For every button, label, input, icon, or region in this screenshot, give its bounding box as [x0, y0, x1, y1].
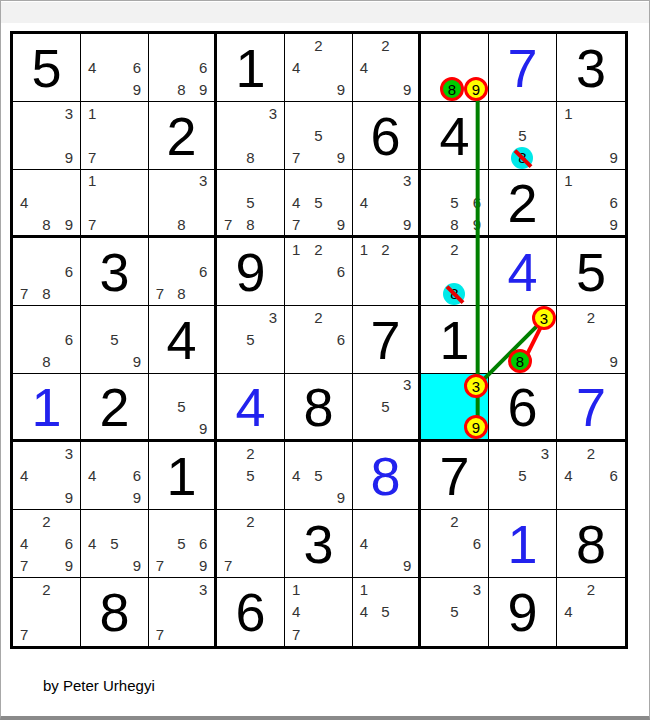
- cell-r8c8[interactable]: 1: [489, 510, 557, 578]
- cand-slot-6: 6: [330, 328, 352, 350]
- given-digit: 9: [217, 238, 284, 305]
- cell-r1c5[interactable]: 249: [285, 34, 353, 102]
- cand-slot-7: [489, 349, 508, 373]
- cell-r5c2[interactable]: 59: [81, 306, 149, 374]
- cell-r9c1[interactable]: 27: [13, 578, 81, 646]
- cand-slot-3: 3: [58, 442, 80, 464]
- cand-slot-3: [330, 102, 352, 124]
- cand-slot-4: [353, 260, 375, 282]
- cand-slot-9: [330, 351, 352, 373]
- cand-slot-1: [149, 170, 171, 192]
- cand-slot-7: [421, 415, 443, 439]
- cell-r2c2[interactable]: 17: [81, 102, 149, 170]
- cand-slot-4: [421, 601, 443, 624]
- cand-slot-2: [35, 170, 57, 192]
- cand-slot-8: [307, 213, 329, 235]
- cell-r3c7[interactable]: 5689: [421, 170, 489, 238]
- cand-slot-8: 8: [508, 349, 532, 373]
- cand-slot-6: [192, 192, 214, 214]
- cand-slot-6: [602, 328, 625, 350]
- candidates: 38: [217, 102, 284, 169]
- cand-slot-9: [396, 417, 418, 439]
- cell-r6c4[interactable]: 4: [217, 374, 285, 442]
- cand-slot-2: [307, 578, 329, 601]
- cand-slot-2: [35, 102, 57, 124]
- cand-slot-4: 4: [81, 464, 103, 486]
- cand-slot-2: 2: [307, 306, 329, 328]
- cand-slot-9: [262, 147, 284, 169]
- cand-slot-6: [532, 330, 556, 349]
- cand-slot-5: [508, 330, 532, 349]
- cell-r6c8[interactable]: 6: [489, 374, 557, 442]
- cand-slot-9: [534, 487, 556, 509]
- candidates: 35: [489, 442, 556, 509]
- cand-slot-8: [375, 417, 397, 439]
- cand-slot-2: 2: [239, 442, 261, 464]
- cand-slot-2: [440, 34, 464, 56]
- cell-r2c5[interactable]: 579: [285, 102, 353, 170]
- cand-slot-2: [171, 374, 193, 396]
- cand-slot-8: 8: [239, 147, 261, 169]
- cell-r9c5[interactable]: 147: [285, 578, 353, 646]
- cell-r8c9[interactable]: 8: [557, 510, 625, 578]
- cand-slot-1: 1: [353, 238, 375, 260]
- cand-slot-4: [489, 124, 511, 146]
- cand-slot-4: [217, 328, 239, 350]
- cell-r6c2[interactable]: 2: [81, 374, 149, 442]
- cand-slot-7: [149, 417, 171, 439]
- cell-r2c1[interactable]: 39: [13, 102, 81, 170]
- cand-slot-7: [81, 351, 103, 373]
- cand-slot-7: [285, 283, 307, 305]
- cand-slot-4: 4: [557, 601, 580, 624]
- cand-slot-2: [375, 374, 397, 396]
- cand-slot-7: [285, 351, 307, 373]
- cand-slot-7: [13, 351, 35, 373]
- cand-slot-5: [171, 260, 193, 282]
- given-digit: 6: [353, 102, 418, 169]
- cand-slot-7: 7: [149, 283, 171, 305]
- cand-slot-9: [262, 487, 284, 509]
- cand-slot-6: [58, 464, 80, 486]
- cand-slot-8: 8: [35, 213, 57, 235]
- cell-r3c8[interactable]: 2: [489, 170, 557, 238]
- cand-slot-8: [239, 555, 261, 577]
- cell-r4c3[interactable]: 678: [149, 238, 217, 306]
- candidates: 29: [557, 306, 625, 373]
- cell-r8c7[interactable]: 26: [421, 510, 489, 578]
- cand-slot-3: [602, 102, 625, 124]
- cell-r6c3[interactable]: 59: [149, 374, 217, 442]
- cell-r9c7[interactable]: 35: [421, 578, 489, 646]
- cand-slot-4: 4: [285, 601, 307, 624]
- cand-slot-9: 9: [126, 487, 148, 509]
- cell-r4c9[interactable]: 5: [557, 238, 625, 306]
- cand-slot-8: 8: [171, 283, 193, 305]
- candidates: 89: [421, 34, 488, 101]
- cand-slot-5: 5: [375, 396, 397, 418]
- cand-slot-4: [149, 396, 171, 418]
- cand-slot-2: [239, 306, 261, 328]
- cand-slot-1: [13, 306, 35, 328]
- cand-slot-3: [396, 34, 418, 56]
- cand-slot-5: [375, 192, 397, 214]
- cell-r5c1[interactable]: 68: [13, 306, 81, 374]
- cell-r6c1[interactable]: 1: [13, 374, 81, 442]
- cand-slot-8: 8: [443, 283, 465, 305]
- cell-r7c6[interactable]: 8: [353, 442, 421, 510]
- cand-slot-8: [103, 487, 125, 509]
- cand-slot-9: 9: [464, 415, 488, 439]
- cand-slot-4: 4: [81, 56, 103, 78]
- cand-slot-9: [126, 213, 148, 235]
- cand-slot-1: 1: [557, 170, 580, 192]
- cand-slot-8: [35, 623, 57, 646]
- cand-slot-1: [81, 510, 103, 532]
- cand-slot-6: [192, 601, 214, 624]
- cell-r7c7[interactable]: 7: [421, 442, 489, 510]
- cand-slot-7: 7: [285, 623, 307, 646]
- cand-slot-7: 7: [149, 623, 171, 646]
- given-digit: 3: [557, 34, 625, 101]
- cand-slot-6: [58, 601, 80, 624]
- cand-slot-9: [466, 555, 488, 577]
- cand-slot-7: 7: [13, 555, 35, 577]
- given-digit: 2: [489, 170, 556, 235]
- cell-r8c1[interactable]: 24679: [13, 510, 81, 578]
- cand-slot-8: [35, 555, 57, 577]
- candidates: 579: [285, 102, 352, 169]
- entered-digit: 1: [13, 374, 80, 439]
- cell-r1c2[interactable]: 469: [81, 34, 149, 102]
- cand-slot-4: 4: [285, 464, 307, 486]
- cell-r3c3[interactable]: 38: [149, 170, 217, 238]
- cand-slot-7: [353, 213, 375, 235]
- cand-slot-4: 4: [285, 192, 307, 214]
- candidates: 26: [285, 306, 352, 373]
- cand-slot-5: 5: [171, 532, 193, 554]
- cand-slot-2: 2: [239, 510, 261, 532]
- cell-r6c5[interactable]: 8: [285, 374, 353, 442]
- entered-digit: 7: [489, 34, 556, 101]
- cell-r5c3[interactable]: 4: [149, 306, 217, 374]
- cand-slot-8: [171, 417, 193, 439]
- cand-slot-3: [602, 306, 625, 328]
- cell-r3c9[interactable]: 169: [557, 170, 625, 238]
- cand-slot-2: [580, 102, 603, 124]
- cand-slot-7: 7: [81, 147, 103, 169]
- cell-r7c4[interactable]: 25: [217, 442, 285, 510]
- cand-slot-2: [511, 442, 533, 464]
- cand-slot-6: [396, 192, 418, 214]
- cand-slot-1: [13, 102, 35, 124]
- cand-slot-4: 4: [353, 532, 375, 554]
- cand-slot-8: [375, 283, 397, 305]
- cand-slot-9: [192, 213, 214, 235]
- cand-slot-9: [262, 213, 284, 235]
- cand-slot-7: [13, 487, 35, 509]
- given-digit: 1: [421, 306, 488, 373]
- cand-slot-8: [35, 487, 57, 509]
- cand-slot-3: 3: [396, 170, 418, 192]
- cand-slot-2: [35, 442, 57, 464]
- candidates: 349: [353, 170, 418, 235]
- cell-r5c4[interactable]: 35: [217, 306, 285, 374]
- cand-slot-1: [421, 578, 443, 601]
- cand-slot-9: [396, 283, 418, 305]
- cell-r1c9[interactable]: 3: [557, 34, 625, 102]
- cell-r5c9[interactable]: 29: [557, 306, 625, 374]
- cell-r8c3[interactable]: 5679: [149, 510, 217, 578]
- candidates: 459: [285, 442, 352, 509]
- cand-slot-9: [58, 351, 80, 373]
- cell-r9c8[interactable]: 9: [489, 578, 557, 646]
- cand-slot-6: [330, 124, 352, 146]
- cell-r3c5[interactable]: 4579: [285, 170, 353, 238]
- cand-slot-3: 3: [532, 306, 556, 330]
- cand-slot-8: 8: [511, 147, 533, 169]
- cand-slot-4: [421, 56, 440, 78]
- cand-slot-3: [126, 102, 148, 124]
- cand-slot-3: [330, 578, 352, 601]
- cand-slot-8: [103, 79, 125, 101]
- cand-slot-1: [217, 442, 239, 464]
- cand-slot-9: 9: [396, 555, 418, 577]
- cand-slot-5: 5: [103, 532, 125, 554]
- cand-slot-5: [171, 192, 193, 214]
- cand-slot-2: [307, 442, 329, 464]
- cand-slot-5: [375, 260, 397, 282]
- cell-r6c9[interactable]: 7: [557, 374, 625, 442]
- cell-r1c4[interactable]: 1: [217, 34, 285, 102]
- cell-r9c9[interactable]: 24: [557, 578, 625, 646]
- cand-slot-3: 3: [466, 578, 488, 601]
- cand-slot-1: 1: [81, 102, 103, 124]
- cand-slot-7: [421, 77, 440, 101]
- cand-slot-9: [466, 283, 488, 305]
- cell-r7c5[interactable]: 459: [285, 442, 353, 510]
- cand-slot-2: [307, 170, 329, 192]
- cand-slot-9: 9: [192, 555, 214, 577]
- cand-slot-6: [534, 464, 556, 486]
- cell-r1c8[interactable]: 7: [489, 34, 557, 102]
- cand-slot-3: [192, 374, 214, 396]
- cell-r3c2[interactable]: 17: [81, 170, 149, 238]
- candidates: 28: [421, 238, 488, 305]
- candidates: 246: [557, 442, 625, 509]
- cand-slot-3: [192, 34, 214, 56]
- cand-slot-7: [353, 555, 375, 577]
- cell-r2c3[interactable]: 2: [149, 102, 217, 170]
- candidates: 17: [81, 102, 148, 169]
- cand-slot-7: [81, 555, 103, 577]
- cand-slot-5: [239, 532, 261, 554]
- cand-slot-1: 1: [81, 170, 103, 192]
- cand-slot-2: [443, 374, 465, 398]
- cand-slot-6: [330, 56, 352, 78]
- cand-slot-3: [330, 170, 352, 192]
- cand-slot-5: [103, 464, 125, 486]
- candidates: 37: [149, 578, 214, 646]
- cand-slot-7: [489, 147, 511, 169]
- chain-node-9-r6c7: 9: [464, 415, 488, 439]
- cell-r4c4[interactable]: 9: [217, 238, 285, 306]
- cand-slot-9: [330, 283, 352, 305]
- candidates: 24: [557, 578, 625, 646]
- cand-slot-7: [557, 623, 580, 646]
- cell-r7c3[interactable]: 1: [149, 442, 217, 510]
- cell-r4c2[interactable]: 3: [81, 238, 149, 306]
- cell-r2c9[interactable]: 19: [557, 102, 625, 170]
- cand-slot-3: [602, 578, 625, 601]
- cell-r1c1[interactable]: 5: [13, 34, 81, 102]
- cand-slot-3: [192, 510, 214, 532]
- cand-slot-1: [217, 510, 239, 532]
- cand-slot-3: 3: [534, 442, 556, 464]
- cand-slot-7: [81, 487, 103, 509]
- cand-slot-8: [580, 147, 603, 169]
- cell-r2c8[interactable]: 58: [489, 102, 557, 170]
- cand-slot-3: [330, 306, 352, 328]
- cell-r9c4[interactable]: 6: [217, 578, 285, 646]
- given-digit: 6: [489, 374, 556, 439]
- cell-r4c5[interactable]: 126: [285, 238, 353, 306]
- cand-slot-8: [443, 623, 465, 646]
- cell-r7c2[interactable]: 469: [81, 442, 149, 510]
- cand-slot-1: [13, 510, 35, 532]
- cand-slot-5: [103, 124, 125, 146]
- cand-slot-6: 6: [58, 260, 80, 282]
- cand-slot-6: [330, 601, 352, 624]
- cand-slot-6: 6: [330, 260, 352, 282]
- cand-slot-1: [489, 102, 511, 124]
- cand-slot-2: 2: [307, 238, 329, 260]
- cand-slot-9: [192, 623, 214, 646]
- cand-slot-2: [171, 170, 193, 192]
- cand-slot-9: 9: [58, 213, 80, 235]
- cand-slot-1: [81, 442, 103, 464]
- cell-r5c8[interactable]: 38: [489, 306, 557, 374]
- cand-slot-4: [149, 260, 171, 282]
- cand-slot-9: [396, 623, 418, 646]
- cand-slot-6: [58, 124, 80, 146]
- cell-r1c7[interactable]: 89: [421, 34, 489, 102]
- cand-slot-9: 9: [602, 351, 625, 373]
- cand-slot-1: [13, 578, 35, 601]
- candidates: 469: [81, 34, 148, 101]
- cand-slot-5: 5: [443, 192, 465, 214]
- cell-r7c8[interactable]: 35: [489, 442, 557, 510]
- cand-slot-3: [58, 170, 80, 192]
- cand-slot-9: 9: [330, 487, 352, 509]
- cand-slot-5: [35, 260, 57, 282]
- cand-slot-4: 4: [13, 192, 35, 214]
- candidates: 5689: [421, 170, 488, 235]
- cand-slot-3: [330, 442, 352, 464]
- cell-r7c9[interactable]: 246: [557, 442, 625, 510]
- cell-r2c7[interactable]: 4: [421, 102, 489, 170]
- cand-slot-6: [466, 260, 488, 282]
- cell-r4c8[interactable]: 4: [489, 238, 557, 306]
- cand-slot-8: [307, 147, 329, 169]
- cand-slot-5: [440, 56, 464, 78]
- cell-r3c6[interactable]: 349: [353, 170, 421, 238]
- cell-r2c6[interactable]: 6: [353, 102, 421, 170]
- candidates: 689: [149, 34, 214, 101]
- candidates: 27: [13, 578, 80, 646]
- cand-slot-6: [126, 124, 148, 146]
- cell-r1c3[interactable]: 689: [149, 34, 217, 102]
- cell-r8c2[interactable]: 459: [81, 510, 149, 578]
- cand-slot-1: [285, 102, 307, 124]
- cand-slot-8: [375, 555, 397, 577]
- cand-slot-1: 1: [353, 578, 375, 601]
- cell-r9c3[interactable]: 37: [149, 578, 217, 646]
- cand-slot-8: [375, 623, 397, 646]
- cell-r3c4[interactable]: 578: [217, 170, 285, 238]
- candidates: 35: [421, 578, 488, 646]
- cell-r8c5[interactable]: 3: [285, 510, 353, 578]
- cell-r2c4[interactable]: 38: [217, 102, 285, 170]
- cand-slot-1: [489, 306, 508, 330]
- cand-slot-7: [285, 79, 307, 101]
- cell-r8c6[interactable]: 49: [353, 510, 421, 578]
- cand-slot-3: [396, 510, 418, 532]
- cand-slot-8: [580, 623, 603, 646]
- cell-r9c6[interactable]: 145: [353, 578, 421, 646]
- cand-slot-8: [103, 213, 125, 235]
- cand-slot-6: [126, 192, 148, 214]
- cand-slot-4: 4: [353, 192, 375, 214]
- cand-slot-6: [396, 260, 418, 282]
- cand-slot-1: [353, 170, 375, 192]
- cell-r9c2[interactable]: 8: [81, 578, 149, 646]
- cell-r1c6[interactable]: 249: [353, 34, 421, 102]
- cand-slot-9: 9: [330, 79, 352, 101]
- cand-slot-7: [557, 351, 580, 373]
- cell-r5c6[interactable]: 7: [353, 306, 421, 374]
- cell-r5c5[interactable]: 26: [285, 306, 353, 374]
- cand-slot-2: 2: [443, 510, 465, 532]
- cell-r7c1[interactable]: 349: [13, 442, 81, 510]
- cand-slot-4: [149, 601, 171, 624]
- cand-slot-7: [149, 213, 171, 235]
- cand-slot-6: [262, 464, 284, 486]
- cand-slot-3: [396, 578, 418, 601]
- cell-r6c6[interactable]: 35: [353, 374, 421, 442]
- cand-slot-5: [375, 532, 397, 554]
- cand-slot-2: [171, 238, 193, 260]
- cand-slot-8: [103, 555, 125, 577]
- cell-r4c7[interactable]: 28: [421, 238, 489, 306]
- cell-r4c6[interactable]: 12: [353, 238, 421, 306]
- cell-r5c7[interactable]: 1: [421, 306, 489, 374]
- cand-slot-1: [353, 510, 375, 532]
- cell-r6c7[interactable]: 39: [421, 374, 489, 442]
- given-digit: 5: [557, 238, 625, 305]
- cell-r8c4[interactable]: 27: [217, 510, 285, 578]
- cand-slot-6: 6: [192, 532, 214, 554]
- cand-slot-5: 5: [171, 396, 193, 418]
- cand-slot-9: 9: [126, 79, 148, 101]
- cand-slot-7: [421, 283, 443, 305]
- cell-r4c1[interactable]: 678: [13, 238, 81, 306]
- cell-r3c1[interactable]: 489: [13, 170, 81, 238]
- entered-digit: 4: [217, 374, 284, 439]
- candidates: 469: [81, 442, 148, 509]
- cand-slot-4: [217, 464, 239, 486]
- cand-slot-6: 6: [466, 192, 488, 214]
